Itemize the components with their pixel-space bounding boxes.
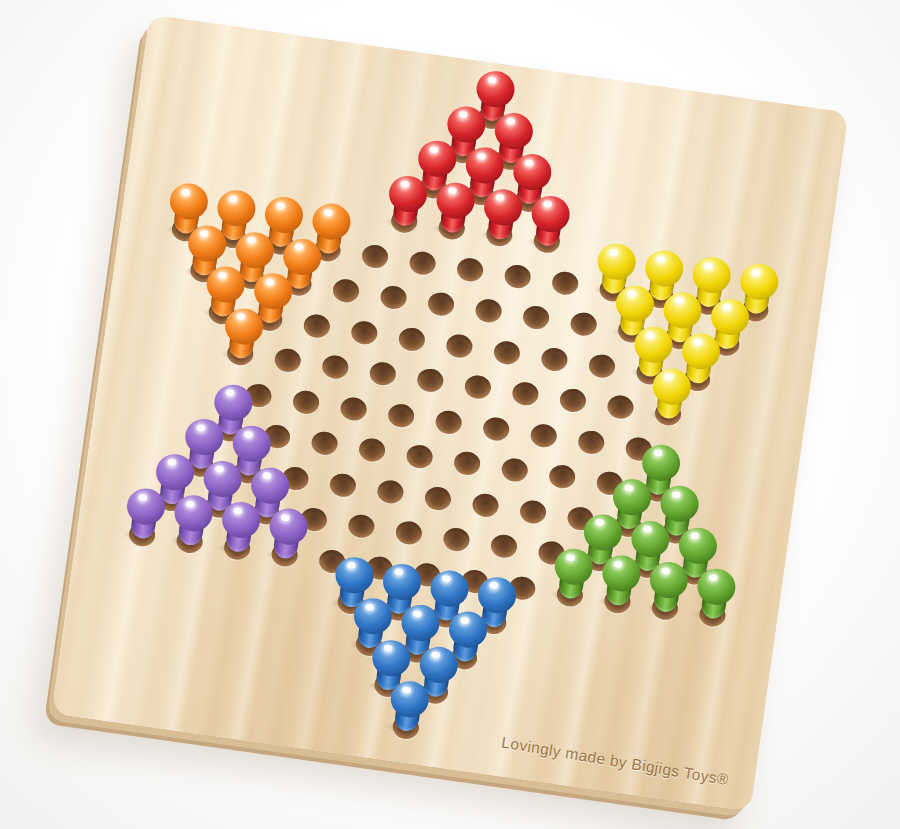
hole-r10-c8[interactable] xyxy=(548,464,577,490)
peg-purple[interactable] xyxy=(121,486,168,543)
hole-r5-c6[interactable] xyxy=(408,250,437,276)
hole-r10-c3[interactable] xyxy=(310,430,339,456)
hole-r7-c5[interactable] xyxy=(397,326,426,352)
hole-r8-c5[interactable] xyxy=(416,367,445,393)
hole-r6-c7[interactable] xyxy=(474,298,503,324)
hole-r8-c4[interactable] xyxy=(368,361,397,387)
hole-r11-c6[interactable] xyxy=(424,485,453,511)
hole-r9-c8[interactable] xyxy=(577,429,606,455)
star-hole-grid xyxy=(51,14,848,811)
peg-blue[interactable] xyxy=(385,679,432,736)
hole-r11-c8[interactable] xyxy=(519,498,548,524)
hole-r5-c8[interactable] xyxy=(503,263,532,289)
hole-r9-c4[interactable] xyxy=(387,402,416,428)
peg-purple[interactable] xyxy=(217,499,264,556)
hole-r6-c8[interactable] xyxy=(522,304,551,330)
hole-r7-c9[interactable] xyxy=(588,353,617,379)
hole-r7-c7[interactable] xyxy=(493,339,522,365)
hole-r9-c5[interactable] xyxy=(434,409,463,435)
hole-r9-c7[interactable] xyxy=(529,422,558,448)
hole-r6-c5[interactable] xyxy=(379,284,408,310)
peg-yellow[interactable] xyxy=(647,366,694,423)
peg-red[interactable] xyxy=(431,180,478,237)
hole-r7-c3[interactable] xyxy=(302,312,331,338)
peg-green[interactable] xyxy=(644,559,691,616)
peg-purple[interactable] xyxy=(169,493,216,550)
photo-background: Lovingly made by Bigjigs Toys® xyxy=(0,0,900,829)
peg-red[interactable] xyxy=(384,173,431,230)
peg-green[interactable] xyxy=(549,546,596,603)
peg-red[interactable] xyxy=(479,186,526,243)
hole-r8-c3[interactable] xyxy=(321,354,350,380)
hole-r7-c4[interactable] xyxy=(350,319,379,345)
hole-r8-c6[interactable] xyxy=(463,374,492,400)
hole-r5-c9[interactable] xyxy=(551,270,580,296)
hole-r10-c7[interactable] xyxy=(500,457,529,483)
hole-r8-c8[interactable] xyxy=(558,387,587,413)
hole-r11-c5[interactable] xyxy=(376,478,405,504)
hole-r9-c6[interactable] xyxy=(482,415,511,441)
hole-r9-c3[interactable] xyxy=(339,395,368,421)
hole-r10-c5[interactable] xyxy=(405,444,434,470)
hole-r5-c7[interactable] xyxy=(456,256,485,282)
chinese-checkers-board: Lovingly made by Bigjigs Toys® xyxy=(51,14,848,811)
hole-r6-c6[interactable] xyxy=(427,291,456,317)
hole-r8-c2[interactable] xyxy=(273,347,302,373)
peg-purple[interactable] xyxy=(264,506,311,563)
hole-r8-c7[interactable] xyxy=(511,381,540,407)
hole-r6-c4[interactable] xyxy=(332,278,361,304)
peg-orange[interactable] xyxy=(220,305,267,362)
hole-r7-c8[interactable] xyxy=(540,346,569,372)
hole-r9-c2[interactable] xyxy=(292,389,321,415)
hole-r12-c6[interactable] xyxy=(394,520,423,546)
hole-r11-c4[interactable] xyxy=(328,472,357,498)
peg-red[interactable] xyxy=(526,193,573,250)
peg-green[interactable] xyxy=(597,553,644,610)
hole-r6-c9[interactable] xyxy=(569,311,598,337)
hole-r7-c6[interactable] xyxy=(445,332,474,358)
hole-r12-c5[interactable] xyxy=(347,513,376,539)
hole-r5-c5[interactable] xyxy=(361,243,390,269)
hole-r10-c4[interactable] xyxy=(358,437,387,463)
hole-r10-c6[interactable] xyxy=(453,450,482,476)
hole-r12-c7[interactable] xyxy=(442,526,471,552)
hole-r8-c9[interactable] xyxy=(606,394,635,420)
peg-green[interactable] xyxy=(692,566,739,623)
hole-r11-c7[interactable] xyxy=(471,492,500,518)
hole-r12-c8[interactable] xyxy=(489,533,518,559)
